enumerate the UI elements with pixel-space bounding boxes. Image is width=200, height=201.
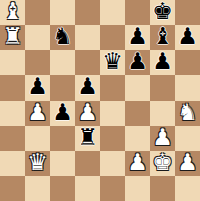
square-a8[interactable]: ♝ (0, 0, 25, 25)
square-d3[interactable]: ♜ (75, 126, 100, 151)
white-pawn[interactable]: ♟ (177, 151, 198, 174)
square-g1[interactable] (150, 176, 175, 201)
black-pawn[interactable]: ♟ (127, 50, 148, 73)
square-f1[interactable] (125, 176, 150, 201)
black-rook[interactable]: ♜ (77, 126, 98, 149)
square-a5[interactable] (0, 75, 25, 100)
white-rook[interactable]: ♜ (2, 25, 23, 48)
square-f5[interactable] (125, 75, 150, 100)
white-queen[interactable]: ♛ (27, 151, 48, 174)
black-knight[interactable]: ♞ (52, 25, 73, 48)
square-b8[interactable] (25, 0, 50, 25)
square-e1[interactable] (100, 176, 125, 201)
square-b4[interactable]: ♟ (25, 101, 50, 126)
square-e4[interactable] (100, 101, 125, 126)
square-c7[interactable]: ♞ (50, 25, 75, 50)
square-f2[interactable]: ♟ (125, 151, 150, 176)
square-b3[interactable] (25, 126, 50, 151)
square-e8[interactable] (100, 0, 125, 25)
square-c3[interactable] (50, 126, 75, 151)
square-h2[interactable]: ♟ (175, 151, 200, 176)
square-c5[interactable] (50, 75, 75, 100)
square-d2[interactable] (75, 151, 100, 176)
square-f8[interactable] (125, 0, 150, 25)
square-a6[interactable] (0, 50, 25, 75)
square-g8[interactable]: ♚ (150, 0, 175, 25)
square-e3[interactable] (100, 126, 125, 151)
square-c2[interactable] (50, 151, 75, 176)
white-pawn[interactable]: ♟ (77, 101, 98, 124)
square-g6[interactable]: ♟ (150, 50, 175, 75)
square-f6[interactable]: ♟ (125, 50, 150, 75)
square-b7[interactable] (25, 25, 50, 50)
square-f4[interactable] (125, 101, 150, 126)
square-g7[interactable]: ♝ (150, 25, 175, 50)
square-b2[interactable]: ♛ (25, 151, 50, 176)
square-c4[interactable]: ♟ (50, 101, 75, 126)
square-d7[interactable] (75, 25, 100, 50)
square-a7[interactable]: ♜ (0, 25, 25, 50)
square-f7[interactable]: ♟ (125, 25, 150, 50)
square-b6[interactable] (25, 50, 50, 75)
white-pawn[interactable]: ♟ (127, 151, 148, 174)
square-h3[interactable] (175, 126, 200, 151)
black-pawn[interactable]: ♟ (177, 25, 198, 48)
black-bishop[interactable]: ♝ (152, 25, 173, 48)
black-pawn[interactable]: ♟ (52, 101, 73, 124)
square-h6[interactable] (175, 50, 200, 75)
square-d6[interactable] (75, 50, 100, 75)
square-a2[interactable] (0, 151, 25, 176)
black-king[interactable]: ♚ (152, 0, 173, 23)
square-e2[interactable] (100, 151, 125, 176)
black-queen[interactable]: ♛ (102, 50, 123, 73)
square-g2[interactable]: ♚ (150, 151, 175, 176)
square-h5[interactable] (175, 75, 200, 100)
square-d5[interactable]: ♟ (75, 75, 100, 100)
white-knight[interactable]: ♞ (177, 101, 198, 124)
square-a1[interactable] (0, 176, 25, 201)
black-pawn[interactable]: ♟ (127, 25, 148, 48)
black-pawn[interactable]: ♟ (27, 75, 48, 98)
square-g4[interactable] (150, 101, 175, 126)
square-a4[interactable] (0, 101, 25, 126)
square-c8[interactable] (50, 0, 75, 25)
square-e7[interactable] (100, 25, 125, 50)
square-d8[interactable] (75, 0, 100, 25)
square-a3[interactable] (0, 126, 25, 151)
white-pawn[interactable]: ♟ (152, 126, 173, 149)
white-bishop[interactable]: ♝ (2, 0, 23, 23)
square-c1[interactable] (50, 176, 75, 201)
black-pawn[interactable]: ♟ (152, 50, 173, 73)
square-g5[interactable] (150, 75, 175, 100)
white-king[interactable]: ♚ (152, 151, 173, 174)
chess-board: ♝♚♜♞♟♝♟♛♟♟♟♟♟♟♟♞♜♟♛♟♚♟ (0, 0, 200, 201)
square-b1[interactable] (25, 176, 50, 201)
square-b5[interactable]: ♟ (25, 75, 50, 100)
square-d4[interactable]: ♟ (75, 101, 100, 126)
square-h4[interactable]: ♞ (175, 101, 200, 126)
square-d1[interactable] (75, 176, 100, 201)
square-e6[interactable]: ♛ (100, 50, 125, 75)
square-f3[interactable] (125, 126, 150, 151)
square-c6[interactable] (50, 50, 75, 75)
square-h8[interactable] (175, 0, 200, 25)
square-g3[interactable]: ♟ (150, 126, 175, 151)
square-h1[interactable] (175, 176, 200, 201)
square-h7[interactable]: ♟ (175, 25, 200, 50)
square-e5[interactable] (100, 75, 125, 100)
white-pawn[interactable]: ♟ (27, 101, 48, 124)
black-pawn[interactable]: ♟ (77, 75, 98, 98)
